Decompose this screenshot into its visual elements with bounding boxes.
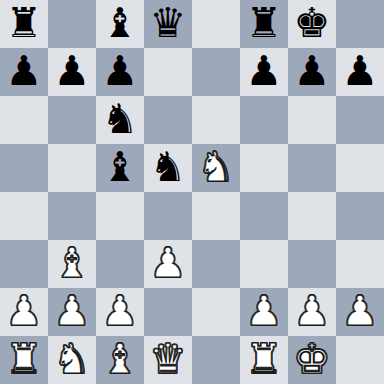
piece-white-pawn[interactable]: ♟: [54, 287, 91, 335]
square-f5[interactable]: [240, 144, 288, 192]
piece-black-queen[interactable]: ♛: [150, 0, 187, 47]
square-h6[interactable]: [336, 96, 384, 144]
square-c5[interactable]: ♝: [96, 144, 144, 192]
piece-black-pawn[interactable]: ♟: [342, 47, 379, 95]
square-h5[interactable]: [336, 144, 384, 192]
square-g5[interactable]: [288, 144, 336, 192]
piece-white-pawn[interactable]: ♟: [342, 287, 379, 335]
square-a2[interactable]: ♟: [0, 288, 48, 336]
square-f1[interactable]: ♜: [240, 336, 288, 384]
square-h3[interactable]: [336, 240, 384, 288]
square-g1[interactable]: ♚: [288, 336, 336, 384]
piece-black-pawn[interactable]: ♟: [246, 47, 283, 95]
square-d2[interactable]: [144, 288, 192, 336]
piece-white-rook[interactable]: ♜: [6, 335, 43, 383]
square-c4[interactable]: [96, 192, 144, 240]
piece-black-knight[interactable]: ♞: [102, 95, 139, 143]
square-h2[interactable]: ♟: [336, 288, 384, 336]
square-e8[interactable]: [192, 0, 240, 48]
square-g3[interactable]: [288, 240, 336, 288]
square-h8[interactable]: [336, 0, 384, 48]
square-f2[interactable]: ♟: [240, 288, 288, 336]
square-d8[interactable]: ♛: [144, 0, 192, 48]
square-c7[interactable]: ♟: [96, 48, 144, 96]
square-b8[interactable]: [48, 0, 96, 48]
piece-white-rook[interactable]: ♜: [246, 335, 283, 383]
square-e5[interactable]: ♞: [192, 144, 240, 192]
piece-black-pawn[interactable]: ♟: [102, 47, 139, 95]
square-f8[interactable]: ♜: [240, 0, 288, 48]
square-c6[interactable]: ♞: [96, 96, 144, 144]
square-c3[interactable]: [96, 240, 144, 288]
piece-black-king[interactable]: ♚: [294, 0, 331, 47]
square-d3[interactable]: ♟: [144, 240, 192, 288]
square-b2[interactable]: ♟: [48, 288, 96, 336]
square-a6[interactable]: [0, 96, 48, 144]
square-d6[interactable]: [144, 96, 192, 144]
square-h7[interactable]: ♟: [336, 48, 384, 96]
square-d4[interactable]: [144, 192, 192, 240]
square-a1[interactable]: ♜: [0, 336, 48, 384]
piece-white-bishop[interactable]: ♝: [102, 335, 139, 383]
piece-white-pawn[interactable]: ♟: [102, 287, 139, 335]
piece-black-knight[interactable]: ♞: [150, 143, 187, 191]
square-a3[interactable]: [0, 240, 48, 288]
piece-white-pawn[interactable]: ♟: [246, 287, 283, 335]
square-g2[interactable]: ♟: [288, 288, 336, 336]
piece-white-pawn[interactable]: ♟: [6, 287, 43, 335]
square-d1[interactable]: ♛: [144, 336, 192, 384]
square-a8[interactable]: ♜: [0, 0, 48, 48]
piece-black-pawn[interactable]: ♟: [294, 47, 331, 95]
square-a7[interactable]: ♟: [0, 48, 48, 96]
square-f7[interactable]: ♟: [240, 48, 288, 96]
piece-white-queen[interactable]: ♛: [150, 335, 187, 383]
piece-black-bishop[interactable]: ♝: [102, 0, 139, 47]
chess-board: ♜♝♛♜♚♟♟♟♟♟♟♞♝♞♞♝♟♟♟♟♟♟♟♜♞♝♛♜♚: [0, 0, 384, 384]
square-a5[interactable]: [0, 144, 48, 192]
square-b1[interactable]: ♞: [48, 336, 96, 384]
piece-black-pawn[interactable]: ♟: [54, 47, 91, 95]
square-g8[interactable]: ♚: [288, 0, 336, 48]
square-h4[interactable]: [336, 192, 384, 240]
square-e3[interactable]: [192, 240, 240, 288]
square-c1[interactable]: ♝: [96, 336, 144, 384]
square-f3[interactable]: [240, 240, 288, 288]
square-e1[interactable]: [192, 336, 240, 384]
square-g4[interactable]: [288, 192, 336, 240]
square-b3[interactable]: ♝: [48, 240, 96, 288]
square-b5[interactable]: [48, 144, 96, 192]
square-d7[interactable]: [144, 48, 192, 96]
square-g7[interactable]: ♟: [288, 48, 336, 96]
square-e6[interactable]: [192, 96, 240, 144]
piece-white-pawn[interactable]: ♟: [294, 287, 331, 335]
piece-white-knight[interactable]: ♞: [198, 143, 235, 191]
square-g6[interactable]: [288, 96, 336, 144]
square-e7[interactable]: [192, 48, 240, 96]
square-b6[interactable]: [48, 96, 96, 144]
piece-black-rook[interactable]: ♜: [246, 0, 283, 47]
piece-black-pawn[interactable]: ♟: [6, 47, 43, 95]
piece-black-bishop[interactable]: ♝: [102, 143, 139, 191]
square-c2[interactable]: ♟: [96, 288, 144, 336]
piece-white-pawn[interactable]: ♟: [150, 239, 187, 287]
square-c8[interactable]: ♝: [96, 0, 144, 48]
piece-white-king[interactable]: ♚: [294, 335, 331, 383]
piece-white-knight[interactable]: ♞: [54, 335, 91, 383]
piece-white-bishop[interactable]: ♝: [54, 239, 91, 287]
square-d5[interactable]: ♞: [144, 144, 192, 192]
square-e4[interactable]: [192, 192, 240, 240]
square-a4[interactable]: [0, 192, 48, 240]
square-h1[interactable]: [336, 336, 384, 384]
square-f4[interactable]: [240, 192, 288, 240]
square-b4[interactable]: [48, 192, 96, 240]
square-f6[interactable]: [240, 96, 288, 144]
piece-black-rook[interactable]: ♜: [6, 0, 43, 47]
square-b7[interactable]: ♟: [48, 48, 96, 96]
square-e2[interactable]: [192, 288, 240, 336]
